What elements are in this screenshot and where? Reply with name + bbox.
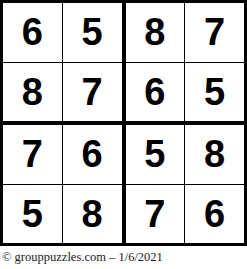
cell-r4c2[interactable]: 8 [63, 185, 122, 244]
cell-r3c3[interactable]: 5 [126, 125, 185, 184]
cell-r4c3[interactable]: 7 [126, 185, 185, 244]
cell-r1c4[interactable]: 7 [185, 3, 244, 62]
cell-r2c4[interactable]: 5 [185, 63, 244, 122]
copyright-text: © grouppuzzles.com – 1/6/2021 [2, 250, 163, 265]
sudoku-board: 6 5 8 7 8 7 6 5 7 6 5 8 5 8 7 6 [0, 0, 247, 246]
box-top-left: 6 5 8 7 [3, 3, 122, 121]
cell-r1c1[interactable]: 6 [3, 3, 62, 62]
box-bottom-right: 5 8 7 6 [126, 125, 245, 243]
cell-r3c4[interactable]: 8 [185, 125, 244, 184]
cell-r4c1[interactable]: 5 [3, 185, 62, 244]
cell-r3c2[interactable]: 6 [63, 125, 122, 184]
cell-r1c2[interactable]: 5 [63, 3, 122, 62]
box-top-right: 8 7 6 5 [126, 3, 245, 121]
cell-r2c2[interactable]: 7 [63, 63, 122, 122]
copyright-footer: © grouppuzzles.com – 1/6/2021 [0, 246, 247, 269]
cell-r4c4[interactable]: 6 [185, 185, 244, 244]
cell-r2c3[interactable]: 6 [126, 63, 185, 122]
cell-r1c3[interactable]: 8 [126, 3, 185, 62]
box-bottom-left: 7 6 5 8 [3, 125, 122, 243]
cell-r3c1[interactable]: 7 [3, 125, 62, 184]
cell-r2c1[interactable]: 8 [3, 63, 62, 122]
